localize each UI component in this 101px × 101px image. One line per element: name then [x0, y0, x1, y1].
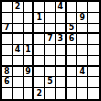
cell-r9c7[interactable]	[67, 88, 78, 99]
cell-r1c5[interactable]	[45, 2, 56, 13]
cell-r7c7[interactable]	[67, 67, 78, 78]
cell-r5c3[interactable]: 1	[24, 45, 35, 56]
cell-r2c5[interactable]	[45, 13, 56, 24]
cell-r2c6[interactable]	[56, 13, 67, 24]
cell-r8c2[interactable]	[13, 77, 24, 88]
cell-r9c5[interactable]	[45, 88, 56, 99]
cell-r8c4[interactable]	[34, 77, 45, 88]
cell-r6c1[interactable]	[2, 56, 13, 67]
cell-r7c4[interactable]	[34, 67, 45, 78]
cell-r8c1[interactable]: 6	[2, 77, 13, 88]
cell-r3c8[interactable]	[77, 24, 88, 35]
cell-r7c6[interactable]	[56, 67, 67, 78]
cell-r6c6[interactable]	[56, 56, 67, 67]
cell-r4c5[interactable]: 7	[45, 34, 56, 45]
cell-r5c9[interactable]	[88, 45, 99, 56]
cell-r8c3[interactable]	[24, 77, 35, 88]
cell-r3c3[interactable]	[24, 24, 35, 35]
cell-r9c1[interactable]	[2, 88, 13, 99]
cell-r7c9[interactable]	[88, 67, 99, 78]
cell-r8c9[interactable]	[88, 77, 99, 88]
cell-r5c8[interactable]	[77, 45, 88, 56]
cell-r5c2[interactable]: 4	[13, 45, 24, 56]
cell-r2c7[interactable]	[67, 13, 78, 24]
cell-r2c4[interactable]: 1	[34, 13, 45, 24]
cell-r5c4[interactable]	[34, 45, 45, 56]
cell-r4c6[interactable]: 3	[56, 34, 67, 45]
cell-r1c3[interactable]	[24, 2, 35, 13]
cell-r9c2[interactable]	[13, 88, 24, 99]
cell-r4c7[interactable]: 6	[67, 34, 78, 45]
cell-r1c8[interactable]	[77, 2, 88, 13]
cell-r1c6[interactable]: 4	[56, 2, 67, 13]
cell-r8c6[interactable]	[56, 77, 67, 88]
cell-r3c9[interactable]	[88, 24, 99, 35]
cell-r4c4[interactable]	[34, 34, 45, 45]
cell-r5c6[interactable]	[56, 45, 67, 56]
cell-r7c1[interactable]: 8	[2, 67, 13, 78]
cell-r5c1[interactable]	[2, 45, 13, 56]
cell-r7c2[interactable]	[13, 67, 24, 78]
cell-r2c9[interactable]	[88, 13, 99, 24]
cell-r1c7[interactable]	[67, 2, 78, 13]
cell-r6c5[interactable]	[45, 56, 56, 67]
cell-r4c3[interactable]	[24, 34, 35, 45]
cell-r2c2[interactable]	[13, 13, 24, 24]
cell-r3c5[interactable]	[45, 24, 56, 35]
cell-r4c1[interactable]	[2, 34, 13, 45]
cell-r8c8[interactable]	[77, 77, 88, 88]
cell-r2c1[interactable]	[2, 13, 13, 24]
cell-r6c4[interactable]	[34, 56, 45, 67]
cell-r9c6[interactable]	[56, 88, 67, 99]
cell-r5c7[interactable]	[67, 45, 78, 56]
cell-r3c6[interactable]	[56, 24, 67, 35]
cell-r1c1[interactable]	[2, 2, 13, 13]
cell-r3c7[interactable]: 5	[67, 24, 78, 35]
cell-r8c5[interactable]: 5	[45, 77, 56, 88]
cell-r9c3[interactable]	[24, 88, 35, 99]
cell-r4c8[interactable]	[77, 34, 88, 45]
cell-r3c2[interactable]	[13, 24, 24, 35]
cell-r7c3[interactable]: 9	[24, 67, 35, 78]
cell-r7c8[interactable]: 4	[77, 67, 88, 78]
cell-r2c3[interactable]	[24, 13, 35, 24]
cell-r7c5[interactable]	[45, 67, 56, 78]
cell-r1c9[interactable]	[88, 2, 99, 13]
cell-r4c9[interactable]	[88, 34, 99, 45]
cell-r4c2[interactable]	[13, 34, 24, 45]
cell-r3c4[interactable]	[34, 24, 45, 35]
cell-r1c4[interactable]	[34, 2, 45, 13]
cell-r2c8[interactable]: 9	[77, 13, 88, 24]
cell-r3c1[interactable]: 7	[2, 24, 13, 35]
sudoku-board: 24197573641894652	[0, 0, 101, 101]
cell-r1c2[interactable]: 2	[13, 2, 24, 13]
cell-r6c2[interactable]	[13, 56, 24, 67]
cell-r6c3[interactable]	[24, 56, 35, 67]
cell-r9c9[interactable]	[88, 88, 99, 99]
cell-r9c8[interactable]	[77, 88, 88, 99]
cell-r6c7[interactable]	[67, 56, 78, 67]
cell-r9c4[interactable]: 2	[34, 88, 45, 99]
cell-r8c7[interactable]	[67, 77, 78, 88]
cell-r6c8[interactable]	[77, 56, 88, 67]
cell-r6c9[interactable]	[88, 56, 99, 67]
cell-r5c5[interactable]	[45, 45, 56, 56]
